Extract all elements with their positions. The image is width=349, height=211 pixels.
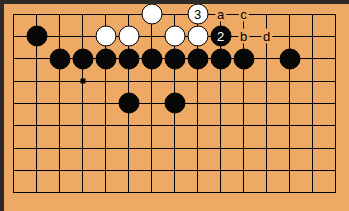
board-point-4-6[interactable]	[94, 137, 117, 159]
grid-line-vertical	[243, 182, 244, 193]
black-stone	[164, 93, 185, 114]
board-point-4-5[interactable]	[94, 115, 117, 137]
grid-line-vertical	[59, 159, 60, 181]
black-stone	[26, 26, 47, 47]
grid-line-vertical	[312, 115, 313, 137]
board-point-0-1[interactable]	[2, 25, 25, 47]
board-point-3-8[interactable]	[71, 182, 94, 204]
board-point-6-6[interactable]	[140, 137, 163, 159]
board-point-11-0[interactable]	[255, 3, 278, 25]
grid-line-vertical	[312, 48, 313, 70]
grid-line-vertical	[266, 48, 267, 70]
board-point-12-3[interactable]	[278, 70, 301, 92]
board-point-13-8[interactable]	[301, 182, 324, 204]
board-point-10-5[interactable]	[232, 115, 255, 137]
grid-line-horizontal	[324, 14, 336, 15]
grid-line-vertical	[220, 70, 221, 92]
point-label-d: d	[261, 29, 272, 44]
board-point-5-2[interactable]	[117, 48, 140, 70]
board-point-14-2[interactable]	[324, 48, 347, 70]
grid-line-vertical	[266, 14, 267, 25]
grid-line-vertical	[289, 115, 290, 137]
board-point-10-2[interactable]	[232, 48, 255, 70]
board-point-9-5[interactable]	[209, 115, 232, 137]
grid-line-vertical	[197, 115, 198, 137]
black-stone	[118, 93, 139, 114]
board-point-14-3[interactable]	[324, 70, 347, 92]
black-stone	[49, 48, 70, 69]
grid-line-vertical	[335, 182, 336, 193]
board-point-4-2[interactable]	[94, 48, 117, 70]
board-point-11-3[interactable]	[255, 70, 278, 92]
grid-line-vertical	[13, 92, 14, 114]
grid-line-vertical	[105, 159, 106, 181]
grid-line-horizontal	[324, 192, 336, 193]
black-stone	[118, 48, 139, 69]
grid-line-vertical	[59, 92, 60, 114]
grid-line-vertical	[312, 159, 313, 181]
board-point-0-4[interactable]	[2, 92, 25, 114]
board-point-4-8[interactable]	[94, 182, 117, 204]
board-point-9-6[interactable]	[209, 137, 232, 159]
board-point-11-6[interactable]	[255, 137, 278, 159]
grid-line-vertical	[243, 137, 244, 159]
board-point-3-1[interactable]	[71, 25, 94, 47]
grid-line-vertical	[128, 115, 129, 137]
board-point-14-5[interactable]	[324, 115, 347, 137]
grid-line-horizontal	[14, 192, 26, 193]
grid-line-vertical	[335, 48, 336, 70]
grid-line-vertical	[105, 14, 106, 25]
grid-line-vertical	[335, 137, 336, 159]
board-point-14-8[interactable]	[324, 182, 347, 204]
board-point-2-2[interactable]	[48, 48, 71, 70]
board-point-13-2[interactable]	[301, 48, 324, 70]
board-point-14-0[interactable]	[324, 3, 347, 25]
board-point-6-7[interactable]	[140, 159, 163, 181]
board-point-7-6[interactable]	[163, 137, 186, 159]
board-point-4-4[interactable]	[94, 92, 117, 114]
grid-line-vertical	[36, 48, 37, 70]
board-point-10-1[interactable]: b	[232, 25, 255, 47]
board-point-9-7[interactable]	[209, 159, 232, 181]
board-point-13-1[interactable]	[301, 25, 324, 47]
grid-line-vertical	[335, 92, 336, 114]
grid-line-vertical	[82, 159, 83, 181]
board-point-1-7[interactable]	[25, 159, 48, 181]
board-point-8-7[interactable]	[186, 159, 209, 181]
grid-line-vertical	[312, 25, 313, 47]
board-point-1-4[interactable]	[25, 92, 48, 114]
grid-line-horizontal	[324, 170, 336, 171]
white-stone	[141, 4, 162, 25]
board-point-3-3[interactable]	[71, 70, 94, 92]
board-point-7-8[interactable]	[163, 182, 186, 204]
grid-line-vertical	[151, 70, 152, 92]
white-stone	[95, 26, 116, 47]
grid-line-vertical	[36, 115, 37, 137]
grid-line-vertical	[105, 182, 106, 193]
board-point-10-0[interactable]: c	[232, 3, 255, 25]
board-point-1-0[interactable]	[25, 3, 48, 25]
go-diagram: 3ac2bd	[0, 0, 349, 211]
grid-line-vertical	[289, 182, 290, 193]
grid-line-vertical	[59, 70, 60, 92]
grid-line-vertical	[13, 48, 14, 70]
grid-line-vertical	[243, 70, 244, 92]
board-point-0-2[interactable]	[2, 48, 25, 70]
grid-line-vertical	[59, 25, 60, 47]
board-point-10-8[interactable]	[232, 182, 255, 204]
board-point-7-1[interactable]	[163, 25, 186, 47]
grid-line-vertical	[36, 182, 37, 193]
board-point-1-1[interactable]	[25, 25, 48, 47]
board-point-6-5[interactable]	[140, 115, 163, 137]
grid-line-vertical	[174, 14, 175, 25]
board-point-11-1[interactable]: d	[255, 25, 278, 47]
board-point-6-2[interactable]	[140, 48, 163, 70]
board-point-12-7[interactable]	[278, 159, 301, 181]
board-point-13-4[interactable]	[301, 92, 324, 114]
board-point-4-7[interactable]	[94, 159, 117, 181]
grid-line-vertical	[335, 159, 336, 181]
board-point-11-7[interactable]	[255, 159, 278, 181]
board-point-0-6[interactable]	[2, 137, 25, 159]
board-point-2-7[interactable]	[48, 159, 71, 181]
goban-grid: 3ac2bd	[2, 3, 347, 204]
black-stone	[279, 48, 300, 69]
board-point-9-4[interactable]	[209, 92, 232, 114]
board-point-0-3[interactable]	[2, 70, 25, 92]
board-point-2-4[interactable]	[48, 92, 71, 114]
board-point-1-2[interactable]	[25, 48, 48, 70]
grid-line-vertical	[335, 70, 336, 92]
grid-line-horizontal	[14, 170, 26, 171]
grid-line-horizontal	[324, 103, 336, 104]
board-point-11-2[interactable]	[255, 48, 278, 70]
grid-line-horizontal	[324, 36, 336, 37]
grid-line-vertical	[174, 182, 175, 193]
board-top-edge	[0, 0, 349, 4]
board-point-2-8[interactable]	[48, 182, 71, 204]
grid-line-vertical	[59, 115, 60, 137]
board-point-13-0[interactable]	[301, 3, 324, 25]
board-point-1-8[interactable]	[25, 182, 48, 204]
board-point-4-0[interactable]	[94, 3, 117, 25]
point-label-c: c	[238, 7, 249, 22]
black-stone	[72, 48, 93, 69]
grid-line-vertical	[220, 92, 221, 114]
grid-line-vertical	[197, 159, 198, 181]
board-point-8-3[interactable]	[186, 70, 209, 92]
grid-line-vertical	[197, 70, 198, 92]
grid-line-vertical	[151, 182, 152, 193]
grid-line-vertical	[220, 159, 221, 181]
board-point-6-8[interactable]	[140, 182, 163, 204]
grid-line-vertical	[243, 92, 244, 114]
board-point-6-4[interactable]	[140, 92, 163, 114]
board-point-2-0[interactable]	[48, 3, 71, 25]
board-point-8-6[interactable]	[186, 137, 209, 159]
grid-line-vertical	[335, 25, 336, 47]
grid-line-vertical	[13, 70, 14, 92]
grid-line-vertical	[289, 25, 290, 47]
grid-line-vertical	[266, 159, 267, 181]
board-point-2-6[interactable]	[48, 137, 71, 159]
board-left-edge	[0, 0, 4, 211]
grid-line-vertical	[82, 115, 83, 137]
board-point-6-0[interactable]	[140, 3, 163, 25]
board-point-0-5[interactable]	[2, 115, 25, 137]
grid-line-horizontal	[324, 81, 336, 82]
board-point-14-4[interactable]	[324, 92, 347, 114]
grid-line-horizontal	[324, 58, 336, 59]
board-point-12-5[interactable]	[278, 115, 301, 137]
board-point-12-4[interactable]	[278, 92, 301, 114]
board-point-9-3[interactable]	[209, 70, 232, 92]
board-point-11-8[interactable]	[255, 182, 278, 204]
board-point-3-0[interactable]	[71, 3, 94, 25]
board-point-0-0[interactable]	[2, 3, 25, 25]
grid-line-vertical	[128, 70, 129, 92]
point-label-a: a	[215, 7, 226, 22]
black-stone	[233, 48, 254, 69]
board-point-13-3[interactable]	[301, 70, 324, 92]
board-point-8-8[interactable]	[186, 182, 209, 204]
grid-line-vertical	[105, 137, 106, 159]
grid-line-vertical	[36, 70, 37, 92]
grid-line-vertical	[335, 14, 336, 25]
grid-line-vertical	[82, 14, 83, 25]
board-point-14-6[interactable]	[324, 137, 347, 159]
board-point-12-1[interactable]	[278, 25, 301, 47]
board-point-5-4[interactable]	[117, 92, 140, 114]
black-stone	[95, 48, 116, 69]
board-point-5-5[interactable]	[117, 115, 140, 137]
board-point-8-4[interactable]	[186, 92, 209, 114]
board-point-10-4[interactable]	[232, 92, 255, 114]
point-label-b: b	[238, 29, 249, 44]
board-point-9-2[interactable]	[209, 48, 232, 70]
board-point-1-5[interactable]	[25, 115, 48, 137]
board-point-7-5[interactable]	[163, 115, 186, 137]
grid-line-vertical	[151, 159, 152, 181]
grid-line-vertical	[151, 25, 152, 47]
white-stone-3: 3	[187, 4, 208, 25]
grid-line-horizontal	[14, 103, 26, 104]
grid-line-vertical	[243, 159, 244, 181]
board-point-3-2[interactable]	[71, 48, 94, 70]
board-point-0-8[interactable]	[2, 182, 25, 204]
grid-line-vertical	[312, 14, 313, 25]
board-point-5-8[interactable]	[117, 182, 140, 204]
board-point-4-3[interactable]	[94, 70, 117, 92]
grid-line-vertical	[312, 182, 313, 193]
grid-line-vertical	[13, 159, 14, 181]
board-point-8-1[interactable]	[186, 25, 209, 47]
grid-line-vertical	[105, 92, 106, 114]
grid-line-vertical	[266, 137, 267, 159]
board-point-7-3[interactable]	[163, 70, 186, 92]
grid-line-vertical	[289, 159, 290, 181]
board-point-13-7[interactable]	[301, 159, 324, 181]
grid-line-horizontal	[14, 148, 26, 149]
grid-line-vertical	[312, 70, 313, 92]
black-stone-2: 2	[210, 26, 231, 47]
grid-line-vertical	[82, 182, 83, 193]
grid-line-vertical	[266, 115, 267, 137]
grid-line-vertical	[335, 115, 336, 137]
grid-line-vertical	[105, 115, 106, 137]
board-point-9-1[interactable]: 2	[209, 25, 232, 47]
board-point-12-2[interactable]	[278, 48, 301, 70]
board-point-2-3[interactable]	[48, 70, 71, 92]
grid-line-vertical	[82, 137, 83, 159]
grid-line-vertical	[13, 182, 14, 193]
board-point-5-1[interactable]	[117, 25, 140, 47]
grid-line-horizontal	[324, 125, 336, 126]
star-point	[80, 79, 85, 84]
grid-line-vertical	[36, 14, 37, 25]
board-point-2-5[interactable]	[48, 115, 71, 137]
board-point-14-1[interactable]	[324, 25, 347, 47]
board-point-13-5[interactable]	[301, 115, 324, 137]
grid-line-vertical	[151, 137, 152, 159]
board-point-0-7[interactable]	[2, 159, 25, 181]
grid-line-vertical	[36, 137, 37, 159]
grid-line-vertical	[220, 137, 221, 159]
board-point-8-0[interactable]: 3	[186, 3, 209, 25]
board-point-14-7[interactable]	[324, 159, 347, 181]
board-point-2-1[interactable]	[48, 25, 71, 47]
grid-line-vertical	[128, 14, 129, 25]
grid-line-vertical	[197, 182, 198, 193]
grid-line-vertical	[36, 159, 37, 181]
grid-line-vertical	[220, 182, 221, 193]
board-point-8-2[interactable]	[186, 48, 209, 70]
grid-line-horizontal	[14, 81, 26, 82]
board-point-1-6[interactable]	[25, 137, 48, 159]
grid-line-vertical	[289, 92, 290, 114]
grid-line-vertical	[266, 92, 267, 114]
grid-line-vertical	[174, 137, 175, 159]
grid-line-vertical	[266, 70, 267, 92]
grid-line-vertical	[289, 14, 290, 25]
board-point-12-8[interactable]	[278, 182, 301, 204]
board-point-5-6[interactable]	[117, 137, 140, 159]
white-stone	[164, 26, 185, 47]
board-point-8-5[interactable]	[186, 115, 209, 137]
board-point-7-4[interactable]	[163, 92, 186, 114]
grid-line-vertical	[289, 137, 290, 159]
grid-line-vertical	[13, 137, 14, 159]
grid-line-horizontal	[14, 36, 26, 37]
black-stone	[141, 48, 162, 69]
grid-line-horizontal	[14, 14, 26, 15]
grid-line-vertical	[174, 70, 175, 92]
grid-line-vertical	[174, 159, 175, 181]
grid-line-vertical	[220, 115, 221, 137]
grid-line-vertical	[197, 137, 198, 159]
grid-line-vertical	[59, 182, 60, 193]
grid-line-vertical	[151, 115, 152, 137]
grid-line-vertical	[312, 92, 313, 114]
grid-line-vertical	[174, 115, 175, 137]
board-point-7-2[interactable]	[163, 48, 186, 70]
board-point-7-0[interactable]	[163, 3, 186, 25]
grid-line-vertical	[128, 137, 129, 159]
board-point-1-3[interactable]	[25, 70, 48, 92]
grid-line-vertical	[36, 92, 37, 114]
board-point-6-3[interactable]	[140, 70, 163, 92]
grid-line-vertical	[312, 137, 313, 159]
board-point-3-5[interactable]	[71, 115, 94, 137]
grid-line-vertical	[13, 115, 14, 137]
grid-line-vertical	[151, 92, 152, 114]
grid-line-vertical	[266, 182, 267, 193]
grid-line-vertical	[289, 70, 290, 92]
grid-line-vertical	[59, 137, 60, 159]
white-stone	[118, 26, 139, 47]
grid-line-horizontal	[14, 125, 26, 126]
grid-line-vertical	[59, 14, 60, 25]
board-point-12-0[interactable]	[278, 3, 301, 25]
grid-line-vertical	[13, 25, 14, 47]
board-point-13-6[interactable]	[301, 137, 324, 159]
board-point-10-3[interactable]	[232, 70, 255, 92]
grid-line-horizontal	[14, 58, 26, 59]
board-point-12-6[interactable]	[278, 137, 301, 159]
grid-line-horizontal	[324, 148, 336, 149]
board-point-3-4[interactable]	[71, 92, 94, 114]
black-stone	[164, 48, 185, 69]
board-point-3-7[interactable]	[71, 159, 94, 181]
board-point-7-7[interactable]	[163, 159, 186, 181]
board-point-3-6[interactable]	[71, 137, 94, 159]
board-point-4-1[interactable]	[94, 25, 117, 47]
grid-line-vertical	[105, 70, 106, 92]
black-stone	[210, 48, 231, 69]
grid-line-vertical	[82, 25, 83, 47]
grid-line-vertical	[243, 115, 244, 137]
board-point-10-7[interactable]	[232, 159, 255, 181]
grid-line-vertical	[128, 182, 129, 193]
board-point-9-8[interactable]	[209, 182, 232, 204]
black-stone	[187, 48, 208, 69]
board-point-6-1[interactable]	[140, 25, 163, 47]
board-point-9-0[interactable]: a	[209, 3, 232, 25]
grid-line-vertical	[82, 92, 83, 114]
grid-line-vertical	[13, 14, 14, 25]
grid-line-vertical	[197, 92, 198, 114]
board-point-11-4[interactable]	[255, 92, 278, 114]
white-stone	[187, 26, 208, 47]
board-point-11-5[interactable]	[255, 115, 278, 137]
board-point-5-7[interactable]	[117, 159, 140, 181]
board-point-10-6[interactable]	[232, 137, 255, 159]
board-point-5-0[interactable]	[117, 3, 140, 25]
grid-line-vertical	[128, 159, 129, 181]
board-point-5-3[interactable]	[117, 70, 140, 92]
